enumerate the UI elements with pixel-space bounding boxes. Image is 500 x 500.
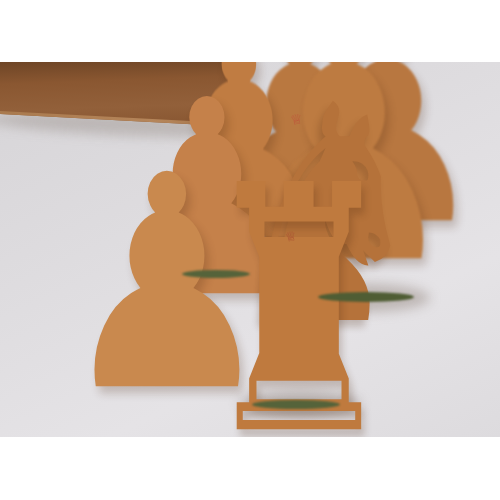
rook-crown-stamp: ♕	[284, 229, 298, 244]
chess-pieces-photo: ♟♟♟♟♟♞♟♜ ♕♕	[0, 62, 500, 437]
knight-crown-stamp: ♕	[289, 111, 304, 127]
stamps-layer: ♕♕	[0, 62, 500, 437]
photo-frame: ♟♟♟♟♟♞♟♜ ♕♕	[0, 0, 500, 500]
